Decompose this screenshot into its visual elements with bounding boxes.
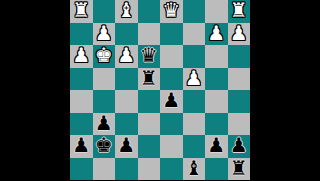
square-b4[interactable] — [93, 90, 116, 113]
letterbox-left — [0, 0, 70, 180]
square-h6[interactable] — [228, 45, 251, 68]
square-a4[interactable] — [70, 90, 93, 113]
piece-white-pawn: ♟ — [230, 23, 248, 43]
square-g2[interactable]: ♟ — [205, 135, 228, 158]
piece-white-pawn: ♟ — [207, 23, 225, 43]
square-g7[interactable]: ♟ — [205, 23, 228, 46]
square-a7[interactable] — [70, 23, 93, 46]
square-b7[interactable]: ♟ — [93, 23, 116, 46]
square-h3[interactable] — [228, 113, 251, 136]
square-c8[interactable]: ♝ — [115, 0, 138, 23]
chess-board: ♜♝♛♜♟♟♟♟♚♟♛♜♟♟♟♟♚♟♟♟♝♜ — [70, 0, 250, 180]
piece-black-rook: ♜ — [140, 68, 158, 88]
piece-white-rook: ♜ — [72, 0, 90, 20]
square-g5[interactable] — [205, 68, 228, 91]
piece-white-pawn: ♟ — [95, 23, 113, 43]
square-a3[interactable] — [70, 113, 93, 136]
square-d4[interactable] — [138, 90, 161, 113]
piece-white-queen: ♛ — [162, 0, 180, 20]
square-f6[interactable] — [183, 45, 206, 68]
square-h2[interactable]: ♟ — [228, 135, 251, 158]
square-d8[interactable] — [138, 0, 161, 23]
square-h1[interactable]: ♜ — [228, 158, 251, 181]
square-c1[interactable] — [115, 158, 138, 181]
piece-black-bishop: ♝ — [185, 158, 203, 178]
piece-white-pawn: ♟ — [185, 68, 203, 88]
square-f4[interactable] — [183, 90, 206, 113]
square-b6[interactable]: ♚ — [93, 45, 116, 68]
chess-app-screen: ♜♝♛♜♟♟♟♟♚♟♛♜♟♟♟♟♚♟♟♟♝♜ — [0, 0, 320, 180]
square-f7[interactable] — [183, 23, 206, 46]
square-c5[interactable] — [115, 68, 138, 91]
square-a1[interactable] — [70, 158, 93, 181]
square-e7[interactable] — [160, 23, 183, 46]
square-e1[interactable] — [160, 158, 183, 181]
piece-black-pawn: ♟ — [207, 135, 225, 155]
square-f2[interactable] — [183, 135, 206, 158]
square-c4[interactable] — [115, 90, 138, 113]
square-g6[interactable] — [205, 45, 228, 68]
piece-white-pawn: ♟ — [72, 45, 90, 65]
piece-black-pawn: ♟ — [117, 135, 135, 155]
square-h5[interactable] — [228, 68, 251, 91]
square-e8[interactable]: ♛ — [160, 0, 183, 23]
square-a8[interactable]: ♜ — [70, 0, 93, 23]
square-d2[interactable] — [138, 135, 161, 158]
square-a2[interactable]: ♟ — [70, 135, 93, 158]
square-d5[interactable]: ♜ — [138, 68, 161, 91]
square-a5[interactable] — [70, 68, 93, 91]
piece-black-pawn: ♟ — [230, 135, 248, 155]
piece-black-rook: ♜ — [230, 158, 248, 178]
piece-white-pawn: ♟ — [117, 45, 135, 65]
square-b5[interactable] — [93, 68, 116, 91]
square-e2[interactable] — [160, 135, 183, 158]
square-e5[interactable] — [160, 68, 183, 91]
square-c2[interactable]: ♟ — [115, 135, 138, 158]
square-e4[interactable]: ♟ — [160, 90, 183, 113]
square-b8[interactable] — [93, 0, 116, 23]
piece-white-king: ♚ — [95, 45, 113, 65]
square-d6[interactable]: ♛ — [138, 45, 161, 68]
square-f3[interactable] — [183, 113, 206, 136]
square-h7[interactable]: ♟ — [228, 23, 251, 46]
square-b3[interactable]: ♟ — [93, 113, 116, 136]
piece-white-bishop: ♝ — [117, 0, 135, 20]
square-g3[interactable] — [205, 113, 228, 136]
square-g8[interactable] — [205, 0, 228, 23]
piece-black-queen: ♛ — [140, 45, 158, 65]
square-b2[interactable]: ♚ — [93, 135, 116, 158]
square-d3[interactable] — [138, 113, 161, 136]
square-d7[interactable] — [138, 23, 161, 46]
square-e6[interactable] — [160, 45, 183, 68]
square-h8[interactable]: ♜ — [228, 0, 251, 23]
letterbox-right — [250, 0, 320, 180]
piece-black-pawn: ♟ — [95, 113, 113, 133]
piece-black-pawn: ♟ — [162, 90, 180, 110]
square-d1[interactable] — [138, 158, 161, 181]
square-f1[interactable]: ♝ — [183, 158, 206, 181]
square-a6[interactable]: ♟ — [70, 45, 93, 68]
piece-black-pawn: ♟ — [72, 135, 90, 155]
square-g4[interactable] — [205, 90, 228, 113]
square-f5[interactable]: ♟ — [183, 68, 206, 91]
square-c7[interactable] — [115, 23, 138, 46]
square-e3[interactable] — [160, 113, 183, 136]
square-c3[interactable] — [115, 113, 138, 136]
square-h4[interactable] — [228, 90, 251, 113]
square-g1[interactable] — [205, 158, 228, 181]
piece-black-king: ♚ — [95, 135, 113, 155]
square-f8[interactable] — [183, 0, 206, 23]
square-b1[interactable] — [93, 158, 116, 181]
piece-white-rook: ♜ — [230, 0, 248, 20]
square-c6[interactable]: ♟ — [115, 45, 138, 68]
